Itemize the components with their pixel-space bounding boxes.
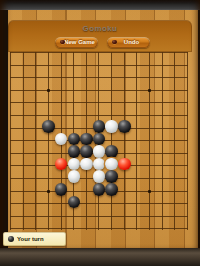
top-dark-band [0,0,200,10]
black-stone [55,183,68,196]
star-point [47,190,50,193]
black-stone [93,133,106,146]
gomoku-app: Gomoku New Game Undo Your turn [0,0,200,266]
app-title: Gomoku [8,24,192,33]
stone-bullet-icon [60,40,65,45]
board[interactable] [10,52,188,230]
turn-status-label: Your turn [17,236,44,242]
white-stone [68,158,81,171]
black-stone [105,170,118,183]
white-stone [55,133,68,146]
white-stone [93,145,106,158]
red-stone [118,158,131,171]
white-stone [105,120,118,133]
turn-status-chip: Your turn [3,232,66,246]
star-point [47,89,50,92]
white-stone [68,170,81,183]
black-stone [93,120,106,133]
white-stone [80,158,93,171]
black-stone [80,145,93,158]
red-stone [55,158,68,171]
white-stone-last-move [105,158,118,171]
undo-label: Undo [118,39,139,45]
black-stone [68,196,81,209]
white-stone [93,158,106,171]
black-stone [68,133,81,146]
bottom-dark-band [0,248,200,266]
black-stone [105,183,118,196]
stone-bullet-icon [112,40,117,45]
white-stone [93,170,106,183]
star-point [148,190,151,193]
star-point [148,89,151,92]
undo-button[interactable]: Undo [107,37,150,48]
black-stone [42,120,55,133]
black-stone [68,145,81,158]
black-stone [118,120,131,133]
black-stone [93,183,106,196]
black-stone [105,145,118,158]
black-stone [80,133,93,146]
header-panel: Gomoku New Game Undo [8,20,192,52]
black-stone-icon [8,236,14,242]
new-game-button[interactable]: New Game [55,37,98,48]
